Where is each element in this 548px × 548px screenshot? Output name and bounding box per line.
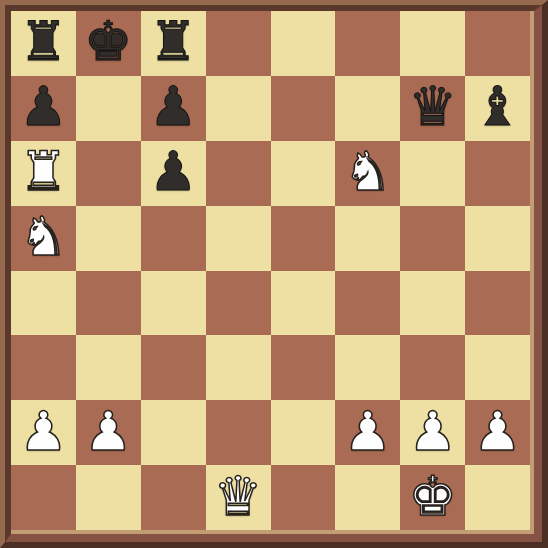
square-g5[interactable] — [400, 206, 465, 271]
square-d8[interactable] — [206, 11, 271, 76]
square-c1[interactable] — [141, 465, 206, 530]
square-h1[interactable] — [465, 465, 530, 530]
piece-white-pawn[interactable]: ♟ — [473, 405, 521, 459]
square-a8[interactable]: ♜ — [11, 11, 76, 76]
square-b2[interactable]: ♟ — [76, 400, 141, 465]
piece-white-pawn[interactable]: ♟ — [19, 405, 67, 459]
square-c6[interactable]: ♟ — [141, 141, 206, 206]
square-g7[interactable]: ♛ — [400, 76, 465, 141]
square-a7[interactable]: ♟ — [11, 76, 76, 141]
square-e1[interactable] — [271, 465, 336, 530]
square-a4[interactable] — [11, 271, 76, 336]
square-f4[interactable] — [335, 271, 400, 336]
square-b8[interactable]: ♚ — [76, 11, 141, 76]
square-f3[interactable] — [335, 335, 400, 400]
piece-black-king[interactable]: ♚ — [84, 15, 132, 69]
square-d3[interactable] — [206, 335, 271, 400]
square-f5[interactable] — [335, 206, 400, 271]
piece-white-pawn[interactable]: ♟ — [408, 405, 456, 459]
square-h3[interactable] — [465, 335, 530, 400]
square-c3[interactable] — [141, 335, 206, 400]
square-d1[interactable]: ♛ — [206, 465, 271, 530]
square-e6[interactable] — [271, 141, 336, 206]
piece-white-rook[interactable]: ♜ — [19, 145, 67, 199]
square-g3[interactable] — [400, 335, 465, 400]
square-g8[interactable] — [400, 11, 465, 76]
square-a6[interactable]: ♜ — [11, 141, 76, 206]
square-f2[interactable]: ♟ — [335, 400, 400, 465]
square-c7[interactable]: ♟ — [141, 76, 206, 141]
square-a5[interactable]: ♞ — [11, 206, 76, 271]
square-e7[interactable] — [271, 76, 336, 141]
square-a3[interactable] — [11, 335, 76, 400]
square-e5[interactable] — [271, 206, 336, 271]
piece-white-pawn[interactable]: ♟ — [84, 405, 132, 459]
piece-black-pawn[interactable]: ♟ — [149, 80, 197, 134]
square-h2[interactable]: ♟ — [465, 400, 530, 465]
piece-black-bishop[interactable]: ♝ — [473, 80, 521, 134]
board-frame-inner: ♜♚♜♟♟♛♝♜♟♞♞♟♟♟♟♟♛♚ — [11, 11, 534, 534]
square-b4[interactable] — [76, 271, 141, 336]
square-a1[interactable] — [11, 465, 76, 530]
square-b3[interactable] — [76, 335, 141, 400]
square-e2[interactable] — [271, 400, 336, 465]
square-g1[interactable]: ♚ — [400, 465, 465, 530]
piece-white-pawn[interactable]: ♟ — [344, 405, 392, 459]
square-d5[interactable] — [206, 206, 271, 271]
square-f8[interactable] — [335, 11, 400, 76]
square-e8[interactable] — [271, 11, 336, 76]
square-h6[interactable] — [465, 141, 530, 206]
square-h4[interactable] — [465, 271, 530, 336]
square-g4[interactable] — [400, 271, 465, 336]
square-d4[interactable] — [206, 271, 271, 336]
square-a2[interactable]: ♟ — [11, 400, 76, 465]
square-c5[interactable] — [141, 206, 206, 271]
piece-black-pawn[interactable]: ♟ — [19, 80, 67, 134]
square-f6[interactable]: ♞ — [335, 141, 400, 206]
square-c8[interactable]: ♜ — [141, 11, 206, 76]
square-g6[interactable] — [400, 141, 465, 206]
piece-black-rook[interactable]: ♜ — [149, 15, 197, 69]
square-b1[interactable] — [76, 465, 141, 530]
square-h8[interactable] — [465, 11, 530, 76]
square-e3[interactable] — [271, 335, 336, 400]
piece-black-rook[interactable]: ♜ — [19, 15, 67, 69]
square-b6[interactable] — [76, 141, 141, 206]
square-b7[interactable] — [76, 76, 141, 141]
square-d6[interactable] — [206, 141, 271, 206]
chess-board: ♜♚♜♟♟♛♝♜♟♞♞♟♟♟♟♟♛♚ — [11, 11, 530, 530]
square-d7[interactable] — [206, 76, 271, 141]
square-h7[interactable]: ♝ — [465, 76, 530, 141]
piece-white-queen[interactable]: ♛ — [214, 470, 262, 524]
square-c2[interactable] — [141, 400, 206, 465]
square-c4[interactable] — [141, 271, 206, 336]
piece-white-king[interactable]: ♚ — [408, 470, 456, 524]
square-f7[interactable] — [335, 76, 400, 141]
square-f1[interactable] — [335, 465, 400, 530]
piece-black-pawn[interactable]: ♟ — [149, 145, 197, 199]
square-e4[interactable] — [271, 271, 336, 336]
piece-white-knight[interactable]: ♞ — [344, 145, 392, 199]
square-g2[interactable]: ♟ — [400, 400, 465, 465]
square-h5[interactable] — [465, 206, 530, 271]
square-b5[interactable] — [76, 206, 141, 271]
board-frame-outer: ♜♚♜♟♟♛♝♜♟♞♞♟♟♟♟♟♛♚ — [0, 0, 548, 548]
square-d2[interactable] — [206, 400, 271, 465]
piece-black-queen[interactable]: ♛ — [408, 80, 456, 134]
board-frame-mid: ♜♚♜♟♟♛♝♜♟♞♞♟♟♟♟♟♛♚ — [5, 5, 542, 542]
piece-white-knight[interactable]: ♞ — [19, 210, 67, 264]
